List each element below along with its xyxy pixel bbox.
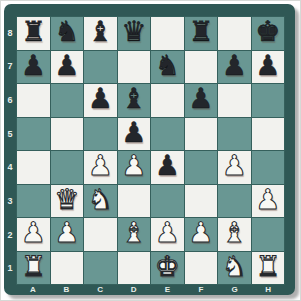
black-pawn-e4: ♟ bbox=[155, 152, 180, 180]
square-f5[interactable] bbox=[185, 118, 218, 151]
square-d8[interactable]: ♛ bbox=[118, 17, 151, 50]
white-queen-b3: ♛ bbox=[54, 186, 79, 214]
square-d4[interactable]: ♟ bbox=[118, 151, 151, 184]
rank-label-5: 5 bbox=[4, 117, 16, 151]
square-b2[interactable]: ♟ bbox=[51, 218, 84, 251]
square-c1[interactable] bbox=[84, 252, 117, 285]
black-pawn-b7: ♟ bbox=[54, 52, 79, 80]
square-e2[interactable]: ♟ bbox=[151, 218, 184, 251]
square-a6[interactable] bbox=[17, 84, 50, 117]
white-king-e1: ♚ bbox=[155, 253, 180, 281]
file-label-e: E bbox=[151, 285, 185, 295]
black-king-h8: ♚ bbox=[255, 18, 280, 46]
square-a2[interactable]: ♟ bbox=[17, 218, 50, 251]
square-h8[interactable]: ♚ bbox=[252, 17, 285, 50]
file-label-h: H bbox=[251, 285, 285, 295]
square-b6[interactable] bbox=[51, 84, 84, 117]
white-pawn-b2: ♟ bbox=[54, 219, 79, 247]
file-label-f: F bbox=[184, 285, 218, 295]
black-queen-d8: ♛ bbox=[121, 18, 146, 46]
square-b1[interactable] bbox=[51, 252, 84, 285]
rank-label-7: 7 bbox=[4, 50, 16, 84]
square-e3[interactable] bbox=[151, 185, 184, 218]
white-pawn-h3: ♟ bbox=[255, 186, 280, 214]
square-h3[interactable]: ♟ bbox=[252, 185, 285, 218]
black-pawn-h7: ♟ bbox=[255, 52, 280, 80]
board-frame: 87654321 ♜♞♝♛♜♚♟♟♞♟♟♟♝♟♟♟♟♟♟♛♞♟♟♟♝♟♟♝♜♚♞… bbox=[4, 4, 295, 295]
square-d2[interactable]: ♝ bbox=[118, 218, 151, 251]
white-pawn-c4: ♟ bbox=[88, 152, 113, 180]
square-f4[interactable] bbox=[185, 151, 218, 184]
square-g2[interactable]: ♝ bbox=[218, 218, 251, 251]
file-label-d: D bbox=[117, 285, 151, 295]
black-pawn-g7: ♟ bbox=[222, 52, 247, 80]
square-g5[interactable] bbox=[218, 118, 251, 151]
file-label-c: C bbox=[83, 285, 117, 295]
square-d7[interactable] bbox=[118, 51, 151, 84]
white-pawn-a2: ♟ bbox=[21, 219, 46, 247]
square-g6[interactable] bbox=[218, 84, 251, 117]
square-c7[interactable] bbox=[84, 51, 117, 84]
square-c6[interactable]: ♟ bbox=[84, 84, 117, 117]
rank-label-2: 2 bbox=[4, 218, 16, 252]
file-labels: ABCDEFGH bbox=[16, 285, 285, 295]
square-e5[interactable] bbox=[151, 118, 184, 151]
black-pawn-f6: ♟ bbox=[188, 85, 213, 113]
square-h2[interactable] bbox=[252, 218, 285, 251]
square-c3[interactable]: ♞ bbox=[84, 185, 117, 218]
square-h5[interactable] bbox=[252, 118, 285, 151]
black-pawn-d5: ♟ bbox=[121, 119, 146, 147]
square-e8[interactable] bbox=[151, 17, 184, 50]
black-knight-b8: ♞ bbox=[54, 18, 79, 46]
square-b7[interactable]: ♟ bbox=[51, 51, 84, 84]
square-a1[interactable]: ♜ bbox=[17, 252, 50, 285]
square-f2[interactable]: ♟ bbox=[185, 218, 218, 251]
black-knight-e7: ♞ bbox=[155, 52, 180, 80]
square-g4[interactable]: ♟ bbox=[218, 151, 251, 184]
file-label-a: A bbox=[16, 285, 50, 295]
white-rook-a1: ♜ bbox=[21, 253, 46, 281]
square-g3[interactable] bbox=[218, 185, 251, 218]
square-c2[interactable] bbox=[84, 218, 117, 251]
square-c8[interactable]: ♝ bbox=[84, 17, 117, 50]
square-a4[interactable] bbox=[17, 151, 50, 184]
file-label-b: B bbox=[50, 285, 84, 295]
black-pawn-a7: ♟ bbox=[21, 52, 46, 80]
black-bishop-c8: ♝ bbox=[88, 18, 113, 46]
square-a8[interactable]: ♜ bbox=[17, 17, 50, 50]
rank-label-1: 1 bbox=[4, 251, 16, 285]
square-g1[interactable]: ♞ bbox=[218, 252, 251, 285]
square-c5[interactable] bbox=[84, 118, 117, 151]
rank-label-8: 8 bbox=[4, 16, 16, 50]
square-f1[interactable] bbox=[185, 252, 218, 285]
black-rook-f8: ♜ bbox=[188, 18, 213, 46]
square-b5[interactable] bbox=[51, 118, 84, 151]
square-f8[interactable]: ♜ bbox=[185, 17, 218, 50]
square-e1[interactable]: ♚ bbox=[151, 252, 184, 285]
square-f3[interactable] bbox=[185, 185, 218, 218]
square-a3[interactable] bbox=[17, 185, 50, 218]
white-pawn-e2: ♟ bbox=[155, 219, 180, 247]
white-bishop-g2: ♝ bbox=[222, 219, 247, 247]
white-pawn-g4: ♟ bbox=[222, 152, 247, 180]
square-e4[interactable]: ♟ bbox=[151, 151, 184, 184]
square-d1[interactable] bbox=[118, 252, 151, 285]
chess-board: ♜♞♝♛♜♚♟♟♞♟♟♟♝♟♟♟♟♟♟♛♞♟♟♟♝♟♟♝♜♚♞♜ bbox=[16, 16, 285, 285]
file-label-g: G bbox=[218, 285, 252, 295]
black-pawn-c6: ♟ bbox=[88, 85, 113, 113]
square-d6[interactable]: ♝ bbox=[118, 84, 151, 117]
white-bishop-d2: ♝ bbox=[121, 219, 146, 247]
square-e7[interactable]: ♞ bbox=[151, 51, 184, 84]
square-h7[interactable]: ♟ bbox=[252, 51, 285, 84]
square-b3[interactable]: ♛ bbox=[51, 185, 84, 218]
white-rook-h1: ♜ bbox=[255, 253, 280, 281]
square-h4[interactable] bbox=[252, 151, 285, 184]
square-d5[interactable]: ♟ bbox=[118, 118, 151, 151]
square-b8[interactable]: ♞ bbox=[51, 17, 84, 50]
rank-label-4: 4 bbox=[4, 151, 16, 185]
rank-label-6: 6 bbox=[4, 83, 16, 117]
square-g7[interactable]: ♟ bbox=[218, 51, 251, 84]
rank-label-3: 3 bbox=[4, 184, 16, 218]
white-knight-g1: ♞ bbox=[222, 253, 247, 281]
square-b4[interactable] bbox=[51, 151, 84, 184]
white-pawn-f2: ♟ bbox=[188, 219, 213, 247]
black-bishop-d6: ♝ bbox=[121, 85, 146, 113]
square-c4[interactable]: ♟ bbox=[84, 151, 117, 184]
chess-diagram: 87654321 ♜♞♝♛♜♚♟♟♞♟♟♟♝♟♟♟♟♟♟♛♞♟♟♟♝♟♟♝♜♚♞… bbox=[0, 0, 301, 301]
square-f6[interactable]: ♟ bbox=[185, 84, 218, 117]
square-a7[interactable]: ♟ bbox=[17, 51, 50, 84]
white-pawn-d4: ♟ bbox=[121, 152, 146, 180]
square-h6[interactable] bbox=[252, 84, 285, 117]
rank-labels: 87654321 bbox=[4, 16, 16, 285]
square-h1[interactable]: ♜ bbox=[252, 252, 285, 285]
black-rook-a8: ♜ bbox=[21, 18, 46, 46]
white-knight-c3: ♞ bbox=[88, 186, 113, 214]
square-d3[interactable] bbox=[118, 185, 151, 218]
square-a5[interactable] bbox=[17, 118, 50, 151]
square-f7[interactable] bbox=[185, 51, 218, 84]
square-g8[interactable] bbox=[218, 17, 251, 50]
square-e6[interactable] bbox=[151, 84, 184, 117]
